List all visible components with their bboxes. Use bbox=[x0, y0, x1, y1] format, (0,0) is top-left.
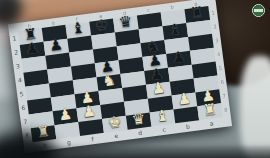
rank-label-right-3: 3 bbox=[212, 33, 222, 48]
white-shirt-blur bbox=[240, 56, 270, 158]
rank-label-right-1: 1 bbox=[208, 5, 218, 20]
bottom-vignette bbox=[0, 146, 270, 158]
tournament-logo-emblem bbox=[253, 5, 264, 16]
rank-label-right-6: 6 bbox=[217, 74, 227, 89]
rank-label-right-8: 8 bbox=[221, 102, 231, 117]
board-corner bbox=[223, 116, 232, 127]
rank-label-right-4: 4 bbox=[214, 47, 224, 62]
rank-label-right-2: 2 bbox=[210, 19, 220, 34]
chess-board-wrap: hgfedcba1♜♝♚♛♜12♟♟♝23♞34♟♟♟45♞♟56♟♟67♟♟♟… bbox=[8, 0, 232, 153]
tournament-logo-band bbox=[254, 9, 263, 12]
rank-label-right-5: 5 bbox=[216, 61, 226, 76]
rank-label-right-7: 7 bbox=[219, 88, 229, 103]
photo-scene: hgfedcba1♜♝♚♛♜12♟♟♝23♞34♟♟♟45♞♟56♟♟67♟♟♟… bbox=[0, 0, 270, 158]
tournament-logo-icon bbox=[252, 4, 265, 17]
chess-board: hgfedcba1♜♝♚♛♜12♟♟♝23♞34♟♟♟45♞♟56♟♟67♟♟♟… bbox=[8, 0, 232, 153]
